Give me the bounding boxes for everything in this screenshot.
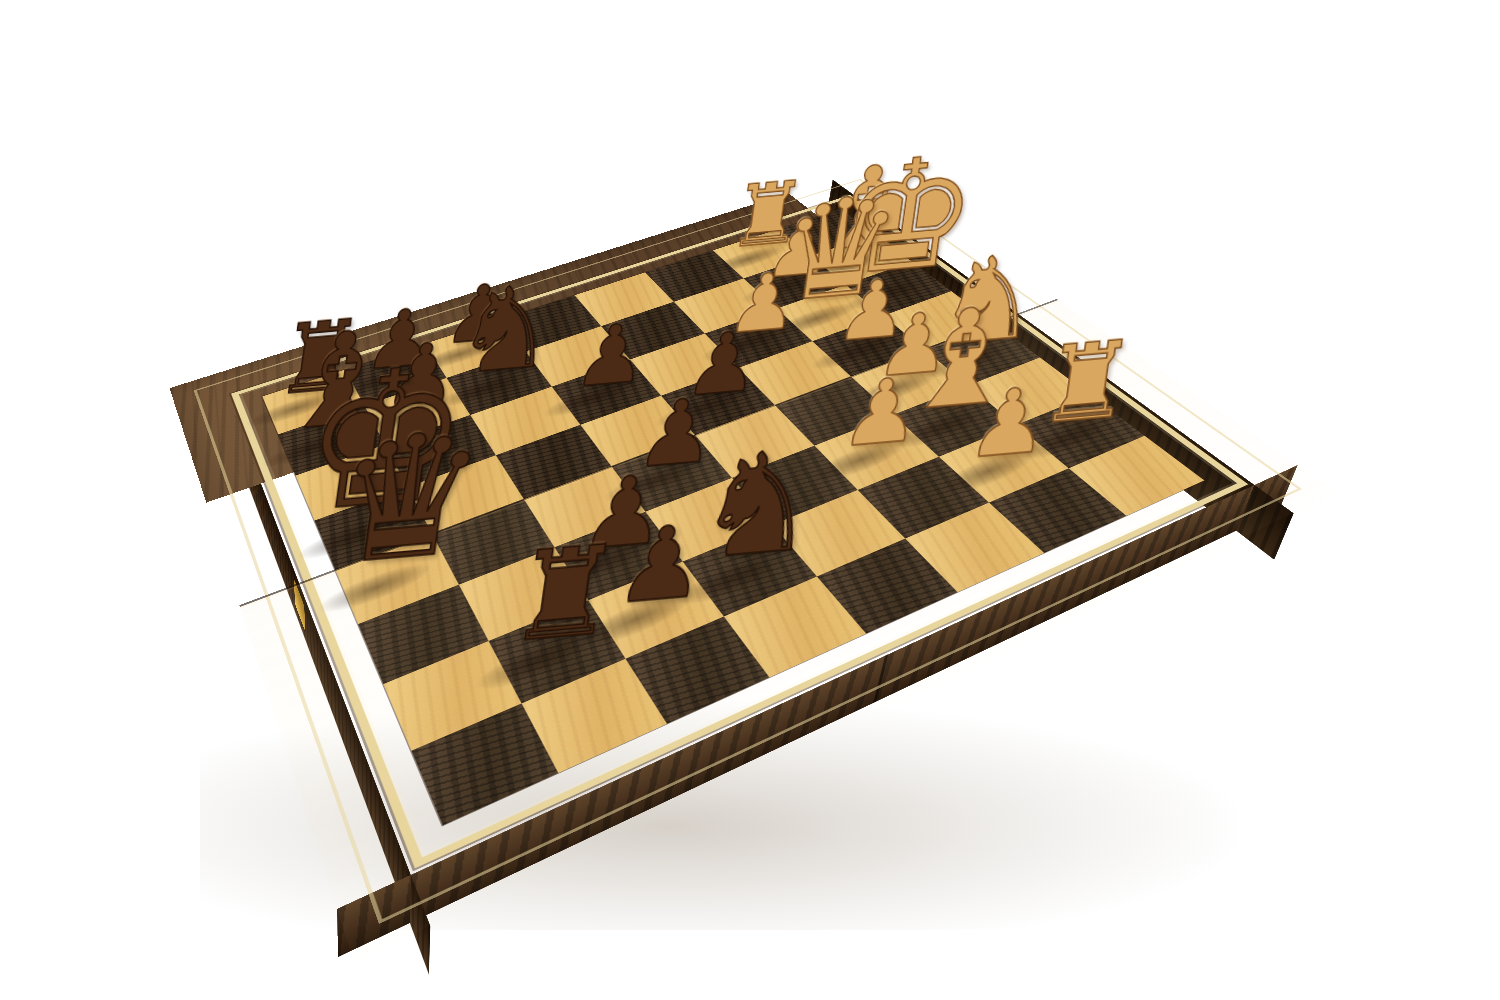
board-2d-wrap: ♜♝♚♛♟♟♜♟♞♟♟♟♟♞♟♜♟♝♛♚♟♟♟♝♞♟♟♜ xyxy=(632,0,758,882)
piece-glyph: ♜ xyxy=(424,521,704,667)
product-photo-scene: ♜♝♚♛♟♟♜♟♞♟♟♟♟♞♟♜♟♝♛♚♟♟♟♝♞♟♟♜ xyxy=(0,0,1500,1000)
